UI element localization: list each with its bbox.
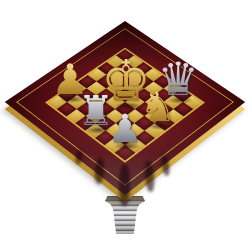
black-queen-silver-robed-figurine[interactable]: ♛ — [157, 56, 198, 102]
piece-reflection — [119, 164, 130, 206]
board-scene: ♟ ♜ ♚ ♟ ♞ ♛ — [0, 0, 250, 250]
product-photo-background: ♟ ♜ ♚ ♟ ♞ ♛ — [0, 0, 250, 250]
black-pawn-silver-soldier-figurine[interactable]: ♟ — [108, 109, 143, 148]
